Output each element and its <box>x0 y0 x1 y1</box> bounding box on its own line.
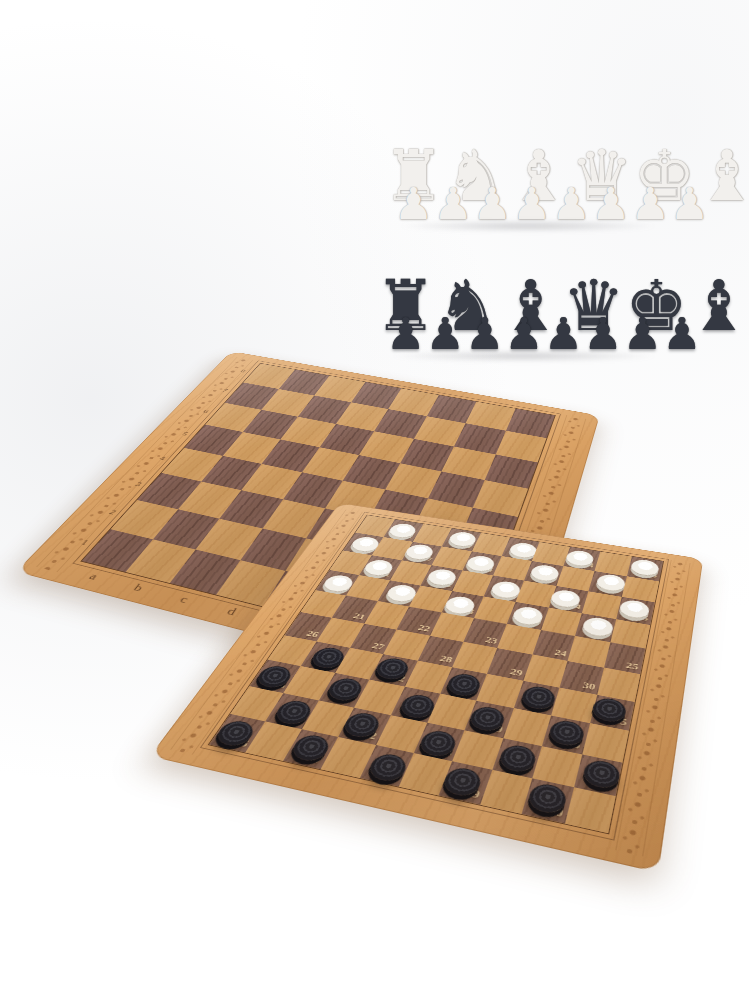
white-checker-piece <box>581 616 615 639</box>
white-pawn-figure: ♟ <box>394 184 433 224</box>
black-set-shadow <box>392 350 656 362</box>
white-pawn-figure: ♟ <box>551 184 590 224</box>
white-pawn-figure: ♟ <box>473 184 512 224</box>
square-number: 24 <box>553 648 568 660</box>
black-checker-piece <box>416 728 458 758</box>
square-number: 22 <box>416 623 432 634</box>
white-chess-set: ♜♞♝♛♚♝♞♜ ♟♟♟♟♟♟♟♟ <box>382 100 674 222</box>
draughts-square-light <box>565 787 616 833</box>
black-pawn-figure: ♟ <box>583 314 622 354</box>
white-checker-piece <box>595 573 627 593</box>
black-checker-piece <box>582 758 623 791</box>
square-number: 23 <box>484 635 499 646</box>
product-photo: ♜♞♝♛♚♝♞♜ ♟♟♟♟♟♟♟♟ ♜♞♝♛♚♝♞♜ ♟♟♟♟♟♟♟♟ 8765… <box>0 0 749 1000</box>
black-pawn-figure: ♟ <box>623 314 662 354</box>
square-number: 29 <box>509 666 525 678</box>
black-pawn-figure: ♟ <box>465 314 504 354</box>
white-pawn-row: ♟♟♟♟♟♟♟♟ <box>394 184 663 224</box>
black-pawn-figure: ♟ <box>662 314 701 354</box>
black-chess-set: ♜♞♝♛♚♝♞♜ ♟♟♟♟♟♟♟♟ <box>374 226 674 352</box>
black-checker-piece <box>444 672 483 698</box>
white-checker-piece <box>386 522 418 539</box>
white-pawn-figure: ♟ <box>433 184 472 224</box>
white-pawn-figure: ♟ <box>630 184 669 224</box>
black-checker-piece <box>498 743 540 775</box>
square-number: 30 <box>581 680 596 693</box>
black-pawn-figure: ♟ <box>504 314 543 354</box>
square-number: 28 <box>438 653 454 665</box>
black-checker-piece <box>520 685 558 712</box>
white-pawn-figure: ♟ <box>670 184 709 224</box>
white-pawn-figure: ♟ <box>512 184 551 224</box>
black-pawn-figure: ♟ <box>544 314 583 354</box>
black-pawn-row: ♟♟♟♟♟♟♟♟ <box>386 314 662 354</box>
white-checker-piece <box>529 564 561 584</box>
square-number: 25 <box>625 660 639 672</box>
black-pawn-figure: ♟ <box>425 314 464 354</box>
white-pawn-figure: ♟ <box>591 184 630 224</box>
black-pawn-figure: ♟ <box>386 314 425 354</box>
